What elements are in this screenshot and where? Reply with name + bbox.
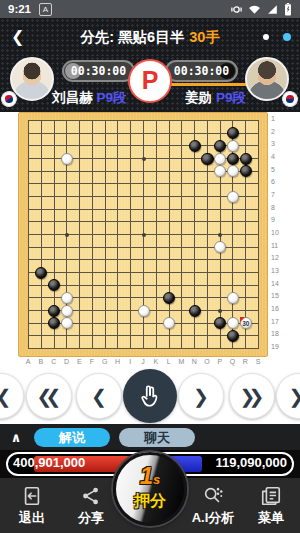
col-label-O: O (203, 358, 211, 365)
row-label-13: 13 (271, 267, 285, 274)
row-label-16: 16 (271, 305, 285, 312)
nav-ai-analysis[interactable]: A.I分析 (181, 485, 245, 527)
board-section: 30 ABCDEFGHIJKLMNOPQRS 12345678910111213… (0, 112, 300, 368)
col-label-G: G (101, 358, 109, 365)
stone-black-C14 (48, 279, 60, 291)
stone-white-Q7 (227, 191, 239, 203)
playback-controls: ❮ ❮❮ ❮ ❯ ❯❯ ❯ (0, 368, 300, 424)
jump-to-end-button[interactable]: ❯ (276, 373, 300, 419)
row-label-17: 17 (271, 318, 285, 325)
stone-black-R4 (240, 153, 252, 165)
star-point-P10 (218, 233, 222, 237)
col-label-E: E (75, 358, 83, 365)
col-label-H: H (114, 358, 122, 365)
wifi-icon (248, 3, 261, 16)
jump-to-start-button[interactable]: ❮ (0, 373, 24, 419)
tab-commentary[interactable]: 解说 (34, 428, 110, 447)
col-label-P: P (216, 358, 224, 365)
avatar-left-player (10, 57, 54, 101)
stone-black-C16 (48, 305, 60, 317)
bet-total-left: 400,901,000 (13, 455, 85, 470)
bet-total-right: 119,090,000 (215, 455, 287, 470)
stone-black-Q2 (227, 127, 239, 139)
player-panel: 00:30:00 刘昌赫P9段 P 00:30:00 姜勋P9段 (0, 56, 300, 112)
row-label-9: 9 (271, 216, 285, 223)
star-point-J4 (142, 157, 146, 161)
row-label-19: 19 (271, 343, 285, 350)
stone-white-Q5 (227, 165, 239, 177)
status-time: 9:21 (8, 3, 31, 15)
row-label-18: 18 (271, 330, 285, 337)
stone-white-D4 (61, 153, 73, 165)
col-label-K: K (152, 358, 160, 365)
page-title: 分先: 黑贴6目半30手 (0, 28, 300, 47)
col-label-N: N (190, 358, 198, 365)
last-move-number: 30 (241, 318, 251, 330)
star-point-P16 (218, 309, 222, 313)
ai-analysis-icon (202, 485, 224, 507)
col-label-M: M (177, 358, 185, 365)
row-label-10: 10 (271, 229, 285, 236)
stone-white-D16 (61, 305, 73, 317)
col-label-B: B (37, 358, 45, 365)
back-1-button[interactable]: ❮ (76, 373, 122, 419)
stone-white-D15 (61, 292, 73, 304)
row-label-2: 2 (271, 128, 285, 135)
stone-white-L17 (163, 317, 175, 329)
player-name-left: 刘昌赫P9段 (52, 89, 127, 107)
star-point-D10 (65, 233, 69, 237)
stone-white-P4 (214, 153, 226, 165)
col-label-C: C (50, 358, 58, 365)
row-label-1: 1 (271, 115, 285, 122)
place-stone-button[interactable] (123, 369, 177, 423)
row-label-4: 4 (271, 153, 285, 160)
player-right-rank: P9段 (216, 90, 246, 105)
row-label-15: 15 (271, 292, 285, 299)
stone-black-N3 (189, 140, 201, 152)
clock-left-player: 00:30:00 (62, 60, 135, 82)
stone-black-Q18 (227, 330, 239, 342)
stone-white-Q3 (227, 140, 239, 152)
stone-black-P3 (214, 140, 226, 152)
stone-black-Q4 (227, 153, 239, 165)
stone-white-Q15 (227, 292, 239, 304)
stone-black-P17 (214, 317, 226, 329)
indicator-dot-white (263, 34, 269, 40)
col-label-Q: Q (229, 358, 237, 365)
menu-icon (260, 485, 282, 507)
clock-right-player: 00:30:00 (165, 60, 238, 82)
share-icon (80, 485, 102, 507)
vibrate-icon (230, 3, 243, 16)
player-left-name-text: 刘昌赫 (52, 90, 93, 105)
pass-badge: P (128, 59, 172, 103)
status-icons (230, 3, 292, 16)
board-grid[interactable]: 30 (28, 120, 259, 349)
stone-white-P11 (214, 241, 226, 253)
turn-indicator (163, 83, 252, 86)
stone-black-L15 (163, 292, 175, 304)
nav-menu[interactable]: 菜单 (239, 485, 300, 527)
stone-white-J16 (138, 305, 150, 317)
row-label-12: 12 (271, 254, 285, 261)
bet-button-label: 押分 (116, 492, 184, 510)
col-label-I: I (126, 358, 134, 365)
row-label-8: 8 (271, 204, 285, 211)
col-label-R: R (241, 358, 249, 365)
player-right-name-text: 姜勋 (185, 90, 212, 105)
signal-icon (266, 3, 279, 16)
stone-black-R5 (240, 165, 252, 177)
game-rule-title: 分先: 黑贴6目半 (80, 29, 184, 45)
col-label-S: S (254, 358, 262, 365)
hand-icon (137, 383, 163, 409)
stone-white-D17 (61, 317, 73, 329)
row-label-3: 3 (271, 140, 285, 147)
tab-bar: ∧ 解说 聊天 (0, 424, 300, 450)
move-count: 30手 (189, 29, 220, 45)
app-screen: 9:21 A ❮ 分先: 黑贴6目半30手 00:30:00 刘昌赫P9段 P … (0, 0, 300, 533)
col-label-L: L (165, 358, 173, 365)
col-label-J: J (139, 358, 147, 365)
stone-black-C17 (48, 317, 60, 329)
go-board[interactable]: 30 (18, 112, 268, 357)
korea-flag-icon-right (281, 90, 300, 109)
back-10-button[interactable]: ❮❮ (26, 373, 72, 419)
forward-1-button[interactable]: ❯ (178, 373, 224, 419)
status-bar: 9:21 A (0, 0, 300, 18)
bet-button[interactable]: 1s 押分 (113, 452, 187, 526)
stone-white-R17: 30 (240, 317, 252, 329)
bet-timer: 1s (116, 464, 184, 492)
stone-black-B13 (35, 267, 47, 279)
stone-white-P5 (214, 165, 226, 177)
row-label-11: 11 (271, 242, 285, 249)
collapse-panel-button[interactable]: ∧ (7, 430, 25, 445)
col-label-A: A (24, 358, 32, 365)
col-label-D: D (62, 358, 70, 365)
col-label-F: F (88, 358, 96, 365)
row-label-7: 7 (271, 191, 285, 198)
nav-exit[interactable]: 退出 (0, 485, 64, 527)
player-name-right: 姜勋P9段 (185, 89, 246, 107)
indicator-dot-blue (283, 33, 291, 41)
star-point-J10 (142, 233, 146, 237)
app-badge-icon: A (39, 3, 52, 16)
tab-chat[interactable]: 聊天 (119, 428, 195, 447)
header: ❮ 分先: 黑贴6目半30手 (0, 18, 300, 56)
row-label-6: 6 (271, 178, 285, 185)
battery-icon (284, 3, 292, 16)
forward-10-button[interactable]: ❯❯ (229, 373, 275, 419)
exit-icon (21, 485, 43, 507)
row-label-14: 14 (271, 280, 285, 287)
stone-black-O4 (201, 153, 213, 165)
row-label-5: 5 (271, 166, 285, 173)
player-left-rank: P9段 (97, 90, 127, 105)
stone-black-N16 (189, 305, 201, 317)
column-labels: ABCDEFGHIJKLMNOPQRS (28, 358, 260, 368)
row-labels: 12345678910111213141516171819 (271, 119, 285, 349)
stone-white-Q17 (227, 317, 239, 329)
